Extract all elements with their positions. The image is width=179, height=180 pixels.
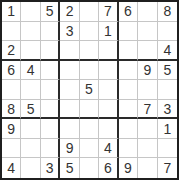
cell-r9c3-given: 3: [41, 158, 60, 178]
cell-r6c7-empty[interactable]: [119, 100, 138, 120]
cell-r6c8-given: 7: [138, 100, 157, 120]
cell-r2c4-given: 3: [60, 22, 79, 42]
cell-r8c4-given: 9: [60, 139, 79, 159]
cell-r3c5-empty[interactable]: [80, 41, 99, 61]
cell-r6c6-empty[interactable]: [99, 100, 118, 120]
cell-r2c6-given: 1: [99, 22, 118, 42]
cell-r4c4-empty[interactable]: [60, 61, 79, 81]
cell-r2c5-empty[interactable]: [80, 22, 99, 42]
cell-r6c2-given: 5: [21, 100, 40, 120]
cell-r8c6-given: 4: [99, 139, 118, 159]
cell-r5c7-empty[interactable]: [119, 80, 138, 100]
cell-r6c3-empty[interactable]: [41, 100, 60, 120]
cell-r2c2-empty[interactable]: [21, 22, 40, 42]
cell-r9c6-given: 6: [99, 158, 118, 178]
cell-r2c7-empty[interactable]: [119, 22, 138, 42]
cell-r1c5-empty[interactable]: [80, 2, 99, 22]
cell-r9c9-given: 7: [158, 158, 177, 178]
cell-r6c1-given: 8: [2, 100, 21, 120]
cell-r8c9-empty[interactable]: [158, 139, 177, 159]
cell-r9c5-empty[interactable]: [80, 158, 99, 178]
cell-r5c1-empty[interactable]: [2, 80, 21, 100]
cell-r1c3-given: 5: [41, 2, 60, 22]
cell-r8c8-empty[interactable]: [138, 139, 157, 159]
cell-r5c3-empty[interactable]: [41, 80, 60, 100]
cell-r7c1-given: 9: [2, 119, 21, 139]
cell-r7c3-empty[interactable]: [41, 119, 60, 139]
cell-r7c7-empty[interactable]: [119, 119, 138, 139]
sudoku-board: 15276831246495585739194435697: [0, 0, 179, 180]
cell-r7c4-empty[interactable]: [60, 119, 79, 139]
cell-r7c5-empty[interactable]: [80, 119, 99, 139]
cell-r1c2-empty[interactable]: [21, 2, 40, 22]
cell-r7c9-given: 1: [158, 119, 177, 139]
cell-r8c5-empty[interactable]: [80, 139, 99, 159]
cell-r4c9-given: 5: [158, 61, 177, 81]
cell-r6c4-empty[interactable]: [60, 100, 79, 120]
cell-r4c6-empty[interactable]: [99, 61, 118, 81]
cell-r5c4-empty[interactable]: [60, 80, 79, 100]
cell-r3c2-empty[interactable]: [21, 41, 40, 61]
cell-r3c1-given: 2: [2, 41, 21, 61]
cell-r1c8-empty[interactable]: [138, 2, 157, 22]
cell-r4c2-given: 4: [21, 61, 40, 81]
cell-r4c1-given: 6: [2, 61, 21, 81]
cell-r6c9-given: 3: [158, 100, 177, 120]
cell-r2c3-empty[interactable]: [41, 22, 60, 42]
cell-r5c5-given: 5: [80, 80, 99, 100]
cell-r1c6-given: 7: [99, 2, 118, 22]
cell-r4c5-empty[interactable]: [80, 61, 99, 81]
cell-r3c7-empty[interactable]: [119, 41, 138, 61]
cell-r7c2-empty[interactable]: [21, 119, 40, 139]
cell-r5c2-empty[interactable]: [21, 80, 40, 100]
cell-r4c3-empty[interactable]: [41, 61, 60, 81]
cell-r1c1-given: 1: [2, 2, 21, 22]
cell-r1c4-given: 2: [60, 2, 79, 22]
cell-r2c1-empty[interactable]: [2, 22, 21, 42]
cell-r8c1-empty[interactable]: [2, 139, 21, 159]
cell-r9c7-given: 9: [119, 158, 138, 178]
cell-r2c9-empty[interactable]: [158, 22, 177, 42]
cell-r9c1-given: 4: [2, 158, 21, 178]
cell-r3c8-empty[interactable]: [138, 41, 157, 61]
cell-r9c4-given: 5: [60, 158, 79, 178]
cell-r1c9-given: 8: [158, 2, 177, 22]
cell-r7c8-empty[interactable]: [138, 119, 157, 139]
cell-r6c5-empty[interactable]: [80, 100, 99, 120]
cell-r4c7-empty[interactable]: [119, 61, 138, 81]
cell-r8c3-empty[interactable]: [41, 139, 60, 159]
cell-r3c3-empty[interactable]: [41, 41, 60, 61]
cell-r8c7-empty[interactable]: [119, 139, 138, 159]
cell-r3c4-empty[interactable]: [60, 41, 79, 61]
cell-r5c8-empty[interactable]: [138, 80, 157, 100]
cell-r2c8-empty[interactable]: [138, 22, 157, 42]
cell-r3c6-empty[interactable]: [99, 41, 118, 61]
cell-r9c8-empty[interactable]: [138, 158, 157, 178]
cell-r4c8-given: 9: [138, 61, 157, 81]
cell-r8c2-empty[interactable]: [21, 139, 40, 159]
cell-r7c6-empty[interactable]: [99, 119, 118, 139]
cell-r1c7-given: 6: [119, 2, 138, 22]
cell-r3c9-given: 4: [158, 41, 177, 61]
cell-r5c9-empty[interactable]: [158, 80, 177, 100]
cell-r9c2-empty[interactable]: [21, 158, 40, 178]
cell-r5c6-empty[interactable]: [99, 80, 118, 100]
